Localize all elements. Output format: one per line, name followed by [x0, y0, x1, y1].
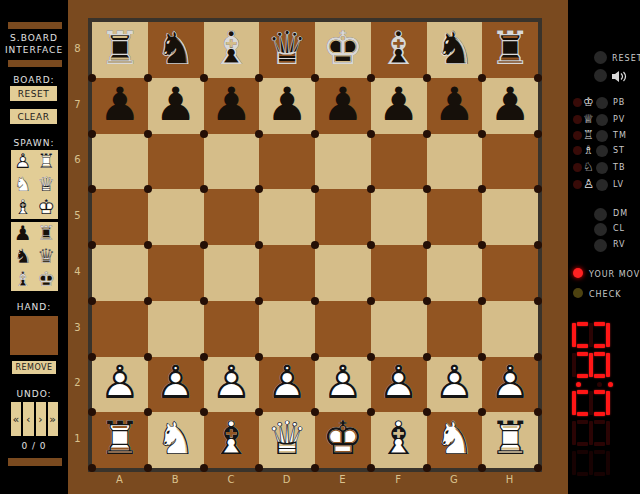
square-g8[interactable]: ♞♘	[427, 22, 483, 78]
accent-bar	[8, 22, 62, 29]
square-f7[interactable]: ♟	[371, 78, 427, 134]
piece-black-bishop: ♝♗	[12, 269, 33, 291]
button-label-dm: DM	[613, 209, 628, 218]
piece-white-pawn: ♟♙	[206, 358, 256, 410]
square-d1[interactable]: ♛♕	[259, 412, 315, 468]
toggle-led-st	[573, 146, 582, 155]
spawn-white-queen-button[interactable]: ♛♕	[35, 173, 59, 196]
toggle-button-lv[interactable]	[596, 179, 608, 191]
queen-icon: ♕	[583, 113, 594, 125]
toggle-button-tb[interactable]	[596, 162, 608, 174]
square-b4[interactable]	[148, 245, 204, 301]
square-c7[interactable]: ♟	[204, 78, 260, 134]
panel-title-line1: S.BOARD	[0, 33, 68, 43]
square-b5[interactable]	[148, 189, 204, 245]
button-rv[interactable]	[594, 239, 607, 252]
square-e3[interactable]	[315, 301, 371, 357]
toggle-label-tb: TB	[613, 163, 625, 172]
piece-black-knight: ♞♘	[12, 246, 33, 268]
square-g5[interactable]	[427, 189, 483, 245]
piece-white-pawn: ♟♙	[95, 358, 145, 410]
square-a2[interactable]: ♟♙	[92, 357, 148, 413]
square-f5[interactable]	[371, 189, 427, 245]
display-ghost-digit	[572, 420, 612, 446]
piece-black-king: ♚♔	[318, 24, 368, 76]
accent-bar	[8, 60, 62, 67]
toggle-led-tb	[573, 163, 582, 172]
square-a8[interactable]: ♜♖	[92, 22, 148, 78]
toggle-led-lv	[573, 180, 582, 189]
spawn-black-panel: ♟♜♖♞♘♛♕♝♗♚♔	[11, 222, 58, 291]
square-f8[interactable]: ♝♗	[371, 22, 427, 78]
spawn-black-knight-button[interactable]: ♞♘	[11, 245, 35, 268]
square-d2[interactable]: ♟♙	[259, 357, 315, 413]
left-control-panel: S.BOARD INTERFACE BOARD: RESET CLEAR SPA…	[0, 0, 68, 494]
your-move-led	[573, 268, 583, 278]
piece-white-rook: ♜♖	[485, 414, 535, 466]
spawn-white-bishop-button[interactable]: ♝♗	[11, 196, 35, 219]
square-c8[interactable]: ♝♗	[204, 22, 260, 78]
check-label: CHECK	[589, 290, 622, 299]
piece-white-rook: ♜♖	[95, 414, 145, 466]
piece-white-knight: ♞♘	[429, 414, 479, 466]
spawn-black-king-button[interactable]: ♚♔	[35, 268, 59, 291]
square-d7[interactable]: ♟	[259, 78, 315, 134]
undo-first-button[interactable]: «	[11, 402, 21, 436]
square-f6[interactable]	[371, 134, 427, 190]
piece-black-pawn: ♟	[429, 80, 479, 132]
undo-counter: 0 / 0	[0, 441, 68, 451]
board-frame: ♜♖♞♘♝♗♛♕♚♔♝♗♞♘♜♖♟♟♟♟♟♟♟♟♟♙♟♙♟♙♟♙♟♙♟♙♟♙♟♙…	[68, 0, 568, 494]
board-reset-button[interactable]: RESET	[10, 86, 57, 101]
square-g7[interactable]: ♟	[427, 78, 483, 134]
display-ghost-digit	[572, 450, 612, 476]
piece-white-knight: ♞♘	[151, 414, 201, 466]
button-label-cl: CL	[613, 224, 625, 233]
square-h2[interactable]: ♟♙	[482, 357, 538, 413]
square-a6[interactable]	[92, 134, 148, 190]
square-h8[interactable]: ♜♖	[482, 22, 538, 78]
square-a5[interactable]	[92, 189, 148, 245]
bishop-icon: ♗	[583, 144, 594, 156]
file-label-H: H	[500, 474, 520, 485]
piece-white-bishop: ♝♗	[12, 197, 33, 219]
speaker-icon	[612, 71, 627, 82]
right-control-panel: RESET ♔PB♕PV♖TM♗ST♘TB♙LV DMCLRV YOUR MOV…	[568, 0, 640, 494]
square-f4[interactable]	[371, 245, 427, 301]
chess-board: ♜♖♞♘♝♗♛♕♚♔♝♗♞♘♜♖♟♟♟♟♟♟♟♟♟♙♟♙♟♙♟♙♟♙♟♙♟♙♟♙…	[88, 18, 542, 472]
rank-label-4: 4	[68, 266, 88, 280]
toggle-label-lv: LV	[613, 180, 624, 189]
undo-last-button[interactable]: »	[48, 402, 58, 436]
file-label-F: F	[389, 474, 409, 485]
pawn-icon: ♙	[583, 178, 594, 190]
square-c3[interactable]	[204, 301, 260, 357]
piece-white-pawn: ♟♙	[12, 151, 33, 173]
spawn-white-panel: ♟♙♜♖♞♘♛♕♝♗♚♔	[11, 150, 58, 219]
spawn-black-queen-button[interactable]: ♛♕	[35, 245, 59, 268]
piece-white-pawn: ♟♙	[429, 358, 479, 410]
piece-black-queen: ♛♕	[36, 246, 57, 268]
square-b7[interactable]: ♟	[148, 78, 204, 134]
square-f1[interactable]: ♝♗	[371, 412, 427, 468]
rank-label-5: 5	[68, 210, 88, 224]
undo-controls: «‹›»	[11, 402, 58, 436]
toggle-button-pv[interactable]	[596, 114, 608, 126]
spawn-white-pawn-button[interactable]: ♟♙	[11, 150, 35, 173]
square-e4[interactable]	[315, 245, 371, 301]
spawn-white-king-button[interactable]: ♚♔	[35, 196, 59, 219]
toggle-button-tm[interactable]	[596, 130, 608, 142]
square-c1[interactable]: ♝♗	[204, 412, 260, 468]
square-e7[interactable]: ♟	[315, 78, 371, 134]
rank-label-6: 6	[68, 154, 88, 168]
piece-white-queen: ♛♕	[262, 414, 312, 466]
button-cl[interactable]	[594, 223, 607, 236]
square-d6[interactable]	[259, 134, 315, 190]
knight-icon: ♘	[583, 161, 594, 173]
file-label-E: E	[333, 474, 353, 485]
square-e1[interactable]: ♚♔	[315, 412, 371, 468]
piece-black-pawn: ♟	[262, 80, 312, 132]
square-a7[interactable]: ♟	[92, 78, 148, 134]
toggle-led-tm	[573, 131, 582, 140]
piece-black-pawn: ♟	[318, 80, 368, 132]
square-e2[interactable]: ♟♙	[315, 357, 371, 413]
display-digit-0	[572, 390, 612, 416]
spawn-white-rook-button[interactable]: ♜♖	[35, 150, 59, 173]
square-h1[interactable]: ♜♖	[482, 412, 538, 468]
display-colon	[572, 382, 612, 388]
piece-black-pawn: ♟	[151, 80, 201, 132]
panel-title-line2: INTERFACE	[0, 45, 68, 55]
toggle-label-tm: TM	[613, 131, 627, 140]
piece-black-pawn: ♟	[12, 223, 33, 245]
square-e5[interactable]	[315, 189, 371, 245]
sound-button[interactable]	[594, 69, 607, 82]
square-c6[interactable]	[204, 134, 260, 190]
display-digit-0	[572, 322, 612, 348]
board-section-label: BOARD:	[0, 75, 68, 85]
piece-black-knight: ♞♘	[429, 24, 479, 76]
spawn-white-knight-button[interactable]: ♞♘	[11, 173, 35, 196]
your-move-label: YOUR MOVE	[589, 270, 640, 279]
piece-black-rook: ♜♖	[95, 24, 145, 76]
toggle-led-pb	[573, 98, 582, 107]
square-c5[interactable]	[204, 189, 260, 245]
square-g4[interactable]	[427, 245, 483, 301]
piece-black-rook: ♜♖	[36, 223, 57, 245]
spawn-black-pawn-button[interactable]: ♟	[11, 222, 35, 245]
piece-white-pawn: ♟♙	[318, 358, 368, 410]
square-c2[interactable]: ♟♙	[204, 357, 260, 413]
toggle-label-st: ST	[613, 146, 625, 155]
piece-white-king: ♚♔	[318, 414, 368, 466]
board-clear-button[interactable]: CLEAR	[10, 109, 57, 124]
piece-white-pawn: ♟♙	[485, 358, 535, 410]
square-h3[interactable]	[482, 301, 538, 357]
rank-label-2: 2	[68, 377, 88, 391]
system-reset-label: RESET	[612, 54, 640, 63]
piece-white-pawn: ♟♙	[374, 358, 424, 410]
square-a3[interactable]	[92, 301, 148, 357]
square-d4[interactable]	[259, 245, 315, 301]
display-digit-A	[572, 352, 612, 378]
square-g6[interactable]	[427, 134, 483, 190]
undo-forward-button[interactable]: ›	[36, 402, 46, 436]
square-e6[interactable]	[315, 134, 371, 190]
piece-white-bishop: ♝♗	[206, 414, 256, 466]
remove-button[interactable]: REMOVE	[12, 361, 56, 374]
square-b3[interactable]	[148, 301, 204, 357]
file-label-D: D	[277, 474, 297, 485]
piece-black-bishop: ♝♗	[206, 24, 256, 76]
piece-black-rook: ♜♖	[485, 24, 535, 76]
king-icon: ♔	[583, 96, 594, 108]
piece-white-knight: ♞♘	[12, 174, 33, 196]
piece-black-pawn: ♟	[374, 80, 424, 132]
square-h6[interactable]	[482, 134, 538, 190]
piece-white-bishop: ♝♗	[374, 414, 424, 466]
piece-white-pawn: ♟♙	[151, 358, 201, 410]
hand-section-label: HAND:	[0, 302, 68, 312]
button-label-rv: RV	[613, 240, 626, 249]
piece-white-rook: ♜♖	[36, 151, 57, 173]
toggle-led-pv	[573, 115, 582, 124]
square-g3[interactable]	[427, 301, 483, 357]
rook-icon: ♖	[583, 129, 594, 141]
square-h7[interactable]: ♟	[482, 78, 538, 134]
square-e8[interactable]: ♚♔	[315, 22, 371, 78]
check-led	[573, 288, 583, 298]
undo-section-label: UNDO:	[0, 389, 68, 399]
system-reset-button[interactable]	[594, 51, 607, 64]
chess-interface: S.BOARD INTERFACE BOARD: RESET CLEAR SPA…	[0, 0, 640, 494]
piece-black-king: ♚♔	[36, 269, 57, 291]
undo-back-button[interactable]: ‹	[23, 402, 33, 436]
piece-black-queen: ♛♕	[262, 24, 312, 76]
toggle-button-st[interactable]	[596, 145, 608, 157]
toggle-label-pb: PB	[613, 98, 625, 107]
accent-bar	[8, 458, 62, 466]
piece-black-pawn: ♟	[206, 80, 256, 132]
square-g2[interactable]: ♟♙	[427, 357, 483, 413]
file-label-C: C	[221, 474, 241, 485]
toggle-label-pv: PV	[613, 115, 625, 124]
button-dm[interactable]	[594, 208, 607, 221]
square-d5[interactable]	[259, 189, 315, 245]
file-label-A: A	[110, 474, 130, 485]
rank-label-7: 7	[68, 99, 88, 113]
piece-white-king: ♚♔	[36, 197, 57, 219]
square-f3[interactable]	[371, 301, 427, 357]
hand-slot[interactable]	[10, 316, 58, 355]
square-d8[interactable]: ♛♕	[259, 22, 315, 78]
square-h4[interactable]	[482, 245, 538, 301]
square-f2[interactable]: ♟♙	[371, 357, 427, 413]
square-b8[interactable]: ♞♘	[148, 22, 204, 78]
file-label-B: B	[166, 474, 186, 485]
spawn-section-label: SPAWN:	[0, 138, 68, 148]
piece-white-queen: ♛♕	[36, 174, 57, 196]
piece-black-knight: ♞♘	[151, 24, 201, 76]
toggle-button-pb[interactable]	[596, 97, 608, 109]
square-a4[interactable]	[92, 245, 148, 301]
rank-label-1: 1	[68, 433, 88, 447]
rank-label-8: 8	[68, 43, 88, 57]
square-b6[interactable]	[148, 134, 204, 190]
square-b1[interactable]: ♞♘	[148, 412, 204, 468]
square-c4[interactable]	[204, 245, 260, 301]
spawn-black-bishop-button[interactable]: ♝♗	[11, 268, 35, 291]
square-h5[interactable]	[482, 189, 538, 245]
piece-black-bishop: ♝♗	[374, 24, 424, 76]
piece-white-pawn: ♟♙	[262, 358, 312, 410]
square-g1[interactable]: ♞♘	[427, 412, 483, 468]
piece-black-pawn: ♟	[95, 80, 145, 132]
square-b2[interactable]: ♟♙	[148, 357, 204, 413]
spawn-black-rook-button[interactable]: ♜♖	[35, 222, 59, 245]
square-a1[interactable]: ♜♖	[92, 412, 148, 468]
file-label-G: G	[444, 474, 464, 485]
square-d3[interactable]	[259, 301, 315, 357]
rank-label-3: 3	[68, 322, 88, 336]
piece-black-pawn: ♟	[485, 80, 535, 132]
